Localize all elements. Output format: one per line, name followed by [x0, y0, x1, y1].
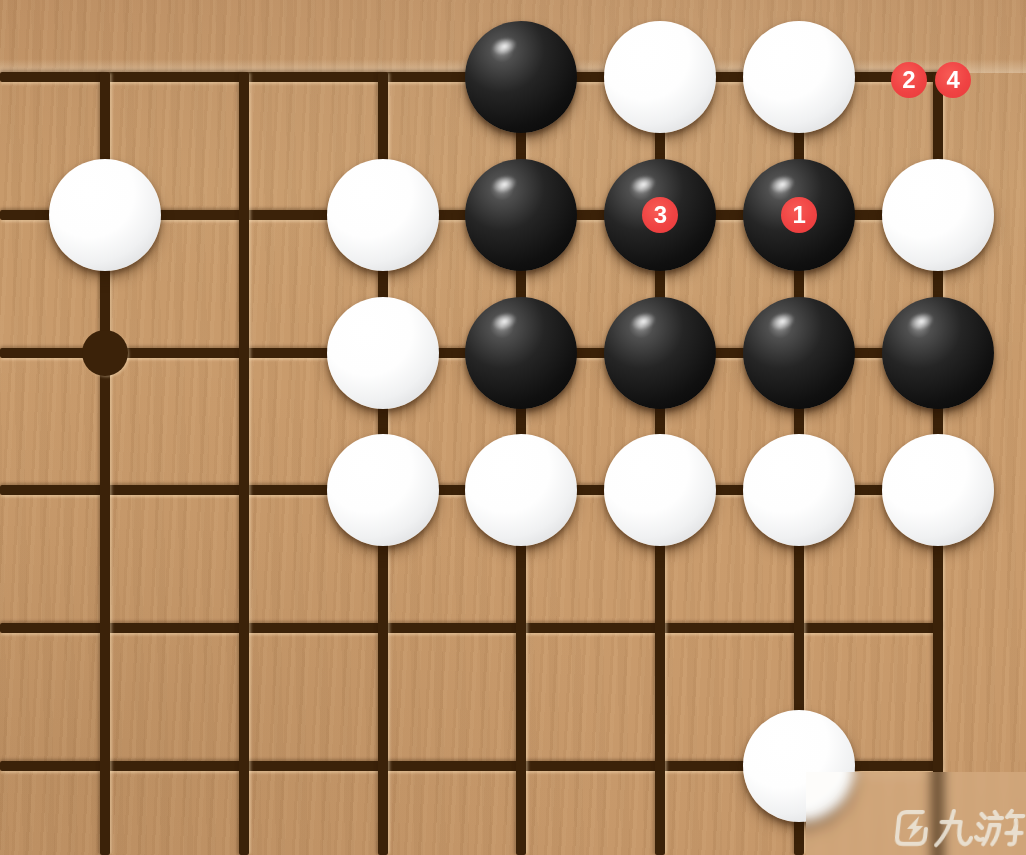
move-number-badge: 4	[935, 62, 971, 98]
go-stone-black[interactable]	[743, 297, 855, 409]
go-stone-white[interactable]	[465, 434, 577, 546]
go-stone-black[interactable]	[604, 297, 716, 409]
jiuyou-watermark	[892, 807, 1026, 849]
go-stone-white[interactable]	[327, 434, 439, 546]
go-stone-black[interactable]	[465, 297, 577, 409]
move-number-badge: 1	[781, 197, 817, 233]
star-point	[82, 330, 128, 376]
move-number-badge: 3	[642, 197, 678, 233]
go-stone-white[interactable]	[743, 434, 855, 546]
go-stone-white[interactable]	[49, 159, 161, 271]
go-stone-white[interactable]	[882, 434, 994, 546]
go-stone-white[interactable]	[604, 434, 716, 546]
move-number-badge: 2	[891, 62, 927, 98]
go-stone-black[interactable]	[465, 21, 577, 133]
go-stone-white[interactable]	[604, 21, 716, 133]
go-board[interactable]: 1324	[0, 0, 1026, 855]
go-stone-white[interactable]	[743, 21, 855, 133]
jiuyou-logo-icon	[892, 807, 932, 849]
board-grid-line-v	[239, 72, 249, 855]
go-stone-white[interactable]	[327, 159, 439, 271]
go-stone-white[interactable]	[327, 297, 439, 409]
go-stone-white[interactable]	[882, 159, 994, 271]
jiuyou-wordmark	[934, 808, 1026, 848]
go-stone-black[interactable]	[882, 297, 994, 409]
go-stone-black[interactable]	[465, 159, 577, 271]
